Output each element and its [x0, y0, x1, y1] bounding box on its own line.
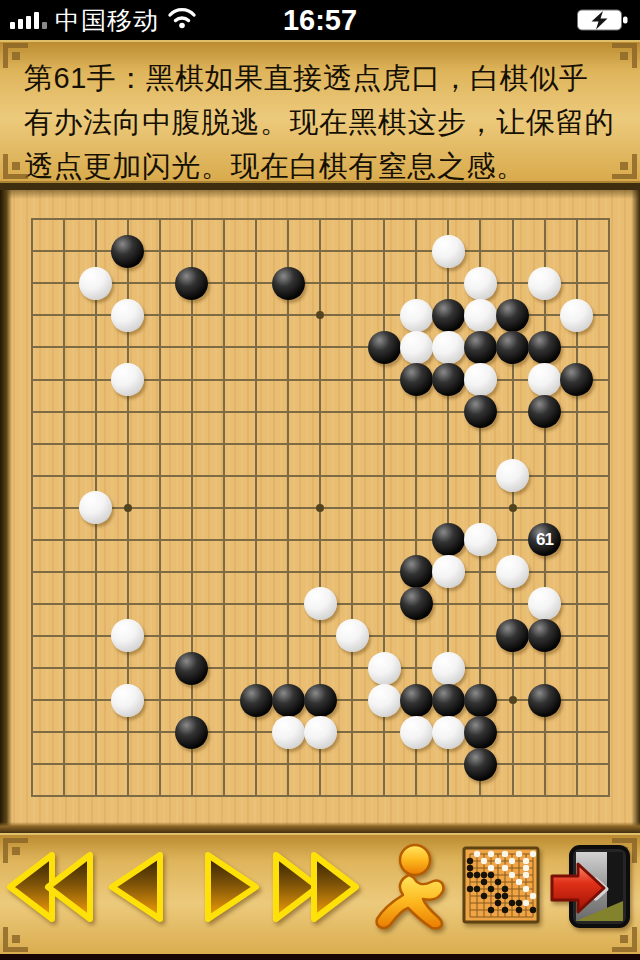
stone-white	[111, 684, 144, 717]
stone-black	[464, 748, 497, 781]
stone-white	[79, 491, 112, 524]
exit-button[interactable]	[550, 843, 632, 931]
corner-ornament	[3, 927, 28, 952]
stone-black	[496, 331, 529, 364]
board-frame-top	[0, 190, 640, 199]
right-triangle-icon	[200, 849, 264, 925]
commentary-panel: 第61手：黑棋如果直接透点虎口，白棋似乎有办法向中腹脱逃。现在黑棋这步，让保留的…	[0, 40, 640, 190]
stone-black	[272, 267, 305, 300]
star-point	[509, 504, 517, 512]
stone-white	[432, 716, 465, 749]
board-preview-button[interactable]	[462, 846, 540, 924]
stone-black	[496, 619, 529, 652]
running-man-icon	[370, 841, 448, 935]
stone-white	[400, 331, 433, 364]
stone-black	[528, 331, 561, 364]
board-frame-bottom	[0, 822, 640, 833]
stone-white	[432, 331, 465, 364]
stone-black	[432, 363, 465, 396]
stone-white	[560, 299, 593, 332]
mini-goban-icon	[462, 846, 540, 924]
player-info-button[interactable]	[370, 841, 448, 935]
stone-white	[496, 459, 529, 492]
stone-black	[175, 716, 208, 749]
stone-black	[528, 395, 561, 428]
stone-black	[368, 331, 401, 364]
stone-black	[560, 363, 593, 396]
star-point	[316, 311, 324, 319]
stone-black	[432, 684, 465, 717]
stone-black	[464, 716, 497, 749]
stone-white	[464, 267, 497, 300]
move-commentary: 第61手：黑棋如果直接透点虎口，白棋似乎有办法向中腹脱逃。现在黑棋这步，让保留的…	[0, 40, 640, 188]
stone-white	[304, 716, 337, 749]
stone-black	[175, 652, 208, 685]
stone-black	[400, 684, 433, 717]
double-right-triangle-icon	[272, 849, 362, 925]
stone-white	[304, 587, 337, 620]
board-frame-left	[0, 190, 12, 833]
step-back-button[interactable]	[104, 849, 168, 925]
stone-white	[464, 299, 497, 332]
status-bar: 中国移动 16:57	[0, 0, 640, 40]
stone-white	[368, 652, 401, 685]
stone-black	[400, 587, 433, 620]
stone-black	[400, 363, 433, 396]
grid-line	[31, 795, 610, 797]
stone-black-move-61: 61	[528, 523, 561, 556]
fast-forward-button[interactable]	[272, 849, 362, 925]
stone-white	[464, 523, 497, 556]
stone-white	[528, 363, 561, 396]
stone-white	[79, 267, 112, 300]
stone-white	[272, 716, 305, 749]
stone-white	[464, 363, 497, 396]
board-frame-right	[631, 190, 640, 833]
star-point	[509, 696, 517, 704]
stone-white	[400, 299, 433, 332]
stone-black	[528, 619, 561, 652]
stone-white	[336, 619, 369, 652]
app-screen: 中国移动 16:57 第61手：黑棋如果直接透点虎口，白棋似乎有办法向中腹脱	[0, 0, 640, 960]
stone-black	[496, 299, 529, 332]
stone-black	[175, 267, 208, 300]
grid-line	[608, 218, 610, 797]
stone-white	[432, 652, 465, 685]
left-triangle-icon	[104, 849, 168, 925]
stone-black	[464, 331, 497, 364]
stone-white	[368, 684, 401, 717]
clock: 16:57	[0, 4, 640, 37]
double-left-triangle-icon	[4, 849, 94, 925]
stone-black	[464, 395, 497, 428]
grid-line	[31, 763, 610, 765]
toolbar	[0, 833, 640, 960]
stone-black	[240, 684, 273, 717]
star-point	[124, 504, 132, 512]
stone-black	[272, 684, 305, 717]
screen-bottom-edge	[0, 954, 640, 960]
stone-black	[111, 235, 144, 268]
grid-line	[351, 218, 353, 797]
stone-white	[111, 619, 144, 652]
star-point	[316, 504, 324, 512]
grid-line	[31, 667, 610, 669]
step-forward-button[interactable]	[200, 849, 264, 925]
stone-black	[528, 684, 561, 717]
stone-white	[432, 235, 465, 268]
exit-door-icon	[550, 843, 632, 931]
stone-white	[528, 267, 561, 300]
stone-white	[400, 716, 433, 749]
stone-black	[400, 555, 433, 588]
stone-white	[111, 299, 144, 332]
stone-white	[528, 587, 561, 620]
stone-black	[464, 684, 497, 717]
grid-line	[31, 539, 610, 541]
go-board[interactable]: 61	[0, 190, 640, 833]
stone-white	[432, 555, 465, 588]
stone-white	[111, 363, 144, 396]
rewind-to-start-button[interactable]	[4, 849, 94, 925]
stone-black	[432, 299, 465, 332]
stone-black	[304, 684, 337, 717]
stone-white	[496, 555, 529, 588]
stone-black	[432, 523, 465, 556]
